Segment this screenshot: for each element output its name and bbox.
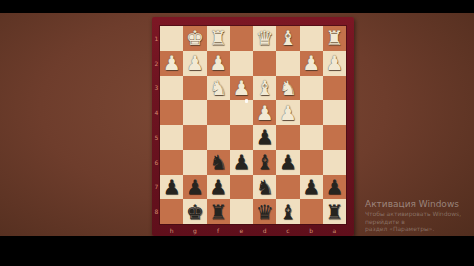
white-pawn[interactable]: ♟ [209, 53, 227, 73]
square-g7[interactable]: ♟ [183, 175, 206, 200]
file-labels: hgfedcba [160, 224, 346, 236]
file-label-h: h [160, 224, 183, 236]
white-queen[interactable]: ♛ [256, 28, 274, 48]
rank-label-4: 4 [153, 100, 160, 125]
square-c3[interactable]: ♞ [276, 76, 299, 101]
square-g4[interactable] [183, 100, 206, 125]
square-g8[interactable]: ♚ [183, 199, 206, 224]
rank-label-5: 5 [153, 125, 160, 150]
black-knight[interactable]: ♞ [209, 152, 227, 172]
square-c7[interactable] [276, 175, 299, 200]
square-d1[interactable]: ♛ [253, 26, 276, 51]
square-f7[interactable]: ♟ [207, 175, 230, 200]
square-b2[interactable]: ♟ [300, 51, 323, 76]
chess-board-frame: 12345678 hgfedcba ♚♜♛♝♜♟♟♟♟♟♞♟♝♞♟♟♟♞♟♝♟♟… [152, 17, 354, 236]
square-a7[interactable]: ♟ [323, 175, 346, 200]
square-a2[interactable]: ♟ [323, 51, 346, 76]
square-f5[interactable] [207, 125, 230, 150]
black-knight[interactable]: ♞ [256, 177, 274, 197]
square-g5[interactable] [183, 125, 206, 150]
watermark-line3: раздел «Параметры». [365, 225, 471, 233]
white-pawn[interactable]: ♟ [279, 103, 297, 123]
square-e8[interactable] [230, 199, 253, 224]
square-d2[interactable] [253, 51, 276, 76]
square-f2[interactable]: ♟ [207, 51, 230, 76]
square-f1[interactable]: ♜ [207, 26, 230, 51]
square-g2[interactable]: ♟ [183, 51, 206, 76]
square-d8[interactable]: ♛ [253, 199, 276, 224]
white-rook[interactable]: ♜ [209, 28, 227, 48]
white-king[interactable]: ♚ [186, 28, 204, 48]
black-pawn[interactable]: ♟ [302, 177, 320, 197]
white-pawn[interactable]: ♟ [325, 53, 343, 73]
square-e6[interactable]: ♟ [230, 150, 253, 175]
black-king[interactable]: ♚ [186, 202, 204, 222]
square-c2[interactable] [276, 51, 299, 76]
rank-label-6: 6 [153, 150, 160, 175]
square-a6[interactable] [323, 150, 346, 175]
black-pawn[interactable]: ♟ [256, 127, 274, 147]
file-label-f: f [207, 224, 230, 236]
letterbox-bottom [0, 236, 474, 266]
square-b5[interactable] [300, 125, 323, 150]
mouse-cursor [245, 99, 248, 103]
white-rook[interactable]: ♜ [325, 28, 343, 48]
windows-activation-watermark: Активация Windows Чтобы активировать Win… [365, 199, 471, 233]
square-a3[interactable] [323, 76, 346, 101]
square-g1[interactable]: ♚ [183, 26, 206, 51]
black-rook[interactable]: ♜ [325, 202, 343, 222]
black-bishop[interactable]: ♝ [256, 152, 274, 172]
file-label-d: d [253, 224, 276, 236]
square-h5[interactable] [160, 125, 183, 150]
rank-label-7: 7 [153, 175, 160, 200]
square-f4[interactable] [207, 100, 230, 125]
white-bishop[interactable]: ♝ [279, 28, 297, 48]
square-a4[interactable] [323, 100, 346, 125]
square-c5[interactable] [276, 125, 299, 150]
file-label-c: c [276, 224, 299, 236]
watermark-title: Активация Windows [365, 199, 471, 210]
square-c6[interactable]: ♟ [276, 150, 299, 175]
rank-labels: 12345678 [153, 26, 160, 224]
white-knight[interactable]: ♞ [279, 78, 297, 98]
letterbox-top [0, 0, 474, 13]
square-b1[interactable] [300, 26, 323, 51]
black-pawn[interactable]: ♟ [232, 152, 250, 172]
square-a5[interactable] [323, 125, 346, 150]
black-queen[interactable]: ♛ [256, 202, 274, 222]
black-pawn[interactable]: ♟ [325, 177, 343, 197]
square-b6[interactable] [300, 150, 323, 175]
white-pawn[interactable]: ♟ [232, 78, 250, 98]
square-h3[interactable] [160, 76, 183, 101]
rank-label-3: 3 [153, 76, 160, 101]
square-f3[interactable]: ♞ [207, 76, 230, 101]
square-a8[interactable]: ♜ [323, 199, 346, 224]
square-e3[interactable]: ♟ [230, 76, 253, 101]
square-f6[interactable]: ♞ [207, 150, 230, 175]
black-pawn[interactable]: ♟ [186, 177, 204, 197]
square-d3[interactable]: ♝ [253, 76, 276, 101]
square-h2[interactable]: ♟ [160, 51, 183, 76]
white-knight[interactable]: ♞ [209, 78, 227, 98]
file-label-g: g [183, 224, 206, 236]
black-rook[interactable]: ♜ [209, 202, 227, 222]
square-c1[interactable]: ♝ [276, 26, 299, 51]
square-c4[interactable]: ♟ [276, 100, 299, 125]
square-h4[interactable] [160, 100, 183, 125]
square-a1[interactable]: ♜ [323, 26, 346, 51]
square-e2[interactable] [230, 51, 253, 76]
square-d4[interactable]: ♟ [253, 100, 276, 125]
chess-board: ♚♜♛♝♜♟♟♟♟♟♞♟♝♞♟♟♟♞♟♝♟♟♟♟♞♟♟♚♜♛♝♜ [160, 26, 346, 224]
white-pawn[interactable]: ♟ [163, 53, 181, 73]
watermark-line2: Чтобы активировать Windows, перейдите в [365, 210, 471, 225]
black-pawn[interactable]: ♟ [209, 177, 227, 197]
white-pawn[interactable]: ♟ [302, 53, 320, 73]
white-pawn[interactable]: ♟ [186, 53, 204, 73]
square-b8[interactable] [300, 199, 323, 224]
square-b7[interactable]: ♟ [300, 175, 323, 200]
square-h7[interactable]: ♟ [160, 175, 183, 200]
square-b3[interactable] [300, 76, 323, 101]
square-h6[interactable] [160, 150, 183, 175]
square-d7[interactable]: ♞ [253, 175, 276, 200]
square-c8[interactable]: ♝ [276, 199, 299, 224]
square-d5[interactable]: ♟ [253, 125, 276, 150]
rank-label-8: 8 [153, 199, 160, 224]
square-e4[interactable] [230, 100, 253, 125]
white-pawn[interactable]: ♟ [256, 103, 274, 123]
black-pawn[interactable]: ♟ [163, 177, 181, 197]
white-bishop[interactable]: ♝ [256, 78, 274, 98]
square-h8[interactable] [160, 199, 183, 224]
rank-label-2: 2 [153, 51, 160, 76]
square-b4[interactable] [300, 100, 323, 125]
square-g3[interactable] [183, 76, 206, 101]
square-e7[interactable] [230, 175, 253, 200]
square-f8[interactable]: ♜ [207, 199, 230, 224]
file-label-b: b [300, 224, 323, 236]
square-e5[interactable] [230, 125, 253, 150]
square-e1[interactable] [230, 26, 253, 51]
file-label-a: a [323, 224, 346, 236]
rank-label-1: 1 [153, 26, 160, 51]
square-g6[interactable] [183, 150, 206, 175]
file-label-e: e [230, 224, 253, 236]
black-pawn[interactable]: ♟ [279, 152, 297, 172]
square-d6[interactable]: ♝ [253, 150, 276, 175]
square-h1[interactable] [160, 26, 183, 51]
black-bishop[interactable]: ♝ [279, 202, 297, 222]
